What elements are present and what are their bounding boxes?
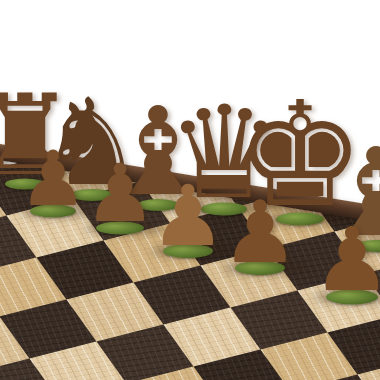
piece-pawn: ♟ <box>84 154 156 234</box>
pieces-layer: ♜♞♝♛♚♝♟♟♟♟♟ <box>0 0 380 380</box>
piece-pawn: ♟ <box>313 216 380 304</box>
piece-pawn: ♟ <box>221 189 298 275</box>
piece-pawn: ♟ <box>19 141 87 217</box>
chess-set-photo: ♜♞♝♛♚♝♟♟♟♟♟ <box>0 0 380 380</box>
piece-pawn: ♟ <box>150 174 225 258</box>
